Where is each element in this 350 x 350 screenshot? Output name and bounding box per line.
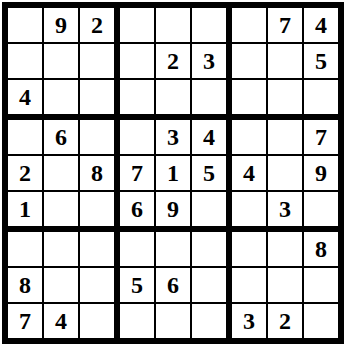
cell-r9c2-given[interactable]: 4 [44, 304, 80, 338]
cell-r1c6-empty[interactable] [192, 8, 232, 44]
cell-r5c1-given[interactable]: 2 [8, 156, 44, 192]
cell-r4c9-given[interactable]: 7 [304, 120, 338, 156]
cell-r9c3-empty[interactable] [80, 304, 120, 338]
cell-r4c3-empty[interactable] [80, 120, 120, 156]
cell-r9c6-empty[interactable] [192, 304, 232, 338]
cell-r5c6-given[interactable]: 5 [192, 156, 232, 192]
cell-r4c6-given[interactable]: 4 [192, 120, 232, 156]
cell-r9c9-empty[interactable] [304, 304, 338, 338]
cell-r8c9-empty[interactable] [304, 268, 338, 304]
cell-r6c1-given[interactable]: 1 [8, 192, 44, 232]
cell-r1c1-empty[interactable] [8, 8, 44, 44]
cell-r1c7-empty[interactable] [232, 8, 268, 44]
cell-r3c3-empty[interactable] [80, 80, 120, 120]
cell-r7c6-empty[interactable] [192, 232, 232, 268]
cell-r7c2-empty[interactable] [44, 232, 80, 268]
cell-r2c6-given[interactable]: 3 [192, 44, 232, 80]
cell-r3c5-empty[interactable] [156, 80, 192, 120]
cell-r1c5-empty[interactable] [156, 8, 192, 44]
cell-r1c8-given[interactable]: 7 [268, 8, 304, 44]
cell-r2c7-empty[interactable] [232, 44, 268, 80]
cell-r5c8-empty[interactable] [268, 156, 304, 192]
cell-r5c2-empty[interactable] [44, 156, 80, 192]
cell-r9c4-empty[interactable] [120, 304, 156, 338]
cell-r4c8-empty[interactable] [268, 120, 304, 156]
cell-r3c2-empty[interactable] [44, 80, 80, 120]
cell-r9c1-given[interactable]: 7 [8, 304, 44, 338]
cell-r8c1-given[interactable]: 8 [8, 268, 44, 304]
cell-r2c2-empty[interactable] [44, 44, 80, 80]
cell-r6c3-empty[interactable] [80, 192, 120, 232]
cell-r7c3-empty[interactable] [80, 232, 120, 268]
cell-r6c7-empty[interactable] [232, 192, 268, 232]
cell-r2c5-given[interactable]: 2 [156, 44, 192, 80]
sudoku-board: 9274235463472871549169388567432 [2, 2, 344, 344]
cell-r4c2-given[interactable]: 6 [44, 120, 80, 156]
cell-r2c4-empty[interactable] [120, 44, 156, 80]
cell-r6c4-given[interactable]: 6 [120, 192, 156, 232]
cell-r1c2-given[interactable]: 9 [44, 8, 80, 44]
cell-r8c4-given[interactable]: 5 [120, 268, 156, 304]
cell-r8c2-empty[interactable] [44, 268, 80, 304]
cell-r6c8-given[interactable]: 3 [268, 192, 304, 232]
cell-r3c4-empty[interactable] [120, 80, 156, 120]
cell-r9c7-given[interactable]: 3 [232, 304, 268, 338]
cell-r9c5-empty[interactable] [156, 304, 192, 338]
cell-r2c3-empty[interactable] [80, 44, 120, 80]
cell-r2c8-empty[interactable] [268, 44, 304, 80]
cell-r8c7-empty[interactable] [232, 268, 268, 304]
cell-r7c4-empty[interactable] [120, 232, 156, 268]
cell-r3c9-empty[interactable] [304, 80, 338, 120]
cell-r8c3-empty[interactable] [80, 268, 120, 304]
cell-r5c3-given[interactable]: 8 [80, 156, 120, 192]
cell-r7c1-empty[interactable] [8, 232, 44, 268]
cell-r3c6-empty[interactable] [192, 80, 232, 120]
cell-r3c7-empty[interactable] [232, 80, 268, 120]
cell-r4c4-empty[interactable] [120, 120, 156, 156]
cell-r1c3-given[interactable]: 2 [80, 8, 120, 44]
cell-r5c4-given[interactable]: 7 [120, 156, 156, 192]
cell-r7c7-empty[interactable] [232, 232, 268, 268]
cell-r5c5-given[interactable]: 1 [156, 156, 192, 192]
cell-r6c9-empty[interactable] [304, 192, 338, 232]
cell-r6c5-given[interactable]: 9 [156, 192, 192, 232]
cell-r7c5-empty[interactable] [156, 232, 192, 268]
cell-r6c2-empty[interactable] [44, 192, 80, 232]
cell-r8c8-empty[interactable] [268, 268, 304, 304]
cell-r2c9-given[interactable]: 5 [304, 44, 338, 80]
cell-r8c6-empty[interactable] [192, 268, 232, 304]
cell-r7c8-empty[interactable] [268, 232, 304, 268]
cell-r3c1-given[interactable]: 4 [8, 80, 44, 120]
cell-r1c4-empty[interactable] [120, 8, 156, 44]
cell-r6c6-empty[interactable] [192, 192, 232, 232]
cell-r4c5-given[interactable]: 3 [156, 120, 192, 156]
cell-r8c5-given[interactable]: 6 [156, 268, 192, 304]
cell-r1c9-given[interactable]: 4 [304, 8, 338, 44]
cell-r5c7-given[interactable]: 4 [232, 156, 268, 192]
cell-r3c8-empty[interactable] [268, 80, 304, 120]
cell-r9c8-given[interactable]: 2 [268, 304, 304, 338]
cell-r4c7-empty[interactable] [232, 120, 268, 156]
cell-r4c1-empty[interactable] [8, 120, 44, 156]
cell-r7c9-given[interactable]: 8 [304, 232, 338, 268]
cell-r5c9-given[interactable]: 9 [304, 156, 338, 192]
cell-r2c1-empty[interactable] [8, 44, 44, 80]
